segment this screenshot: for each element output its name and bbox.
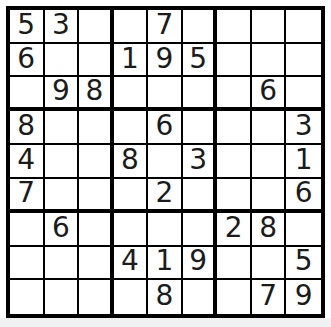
sudoku-cell-r1c6[interactable] xyxy=(183,10,218,44)
bottom-strip xyxy=(0,318,331,327)
sudoku-cell-r5c3[interactable] xyxy=(79,145,114,179)
sudoku-cell-r2c5[interactable]: 9 xyxy=(148,44,183,78)
sudoku-cell-r4c3[interactable] xyxy=(79,111,114,145)
sudoku-cell-r2c8[interactable] xyxy=(252,44,287,78)
sudoku-cell-r1c5[interactable]: 7 xyxy=(148,10,183,44)
sudoku-cell-r1c9[interactable] xyxy=(286,10,321,44)
sudoku-cell-r6c7[interactable] xyxy=(217,179,252,213)
sudoku-cell-r8c8[interactable] xyxy=(252,247,287,281)
sudoku-cell-r6c3[interactable] xyxy=(79,179,114,213)
sudoku-cell-r4c4[interactable] xyxy=(114,111,149,145)
sudoku-cell-r3c1[interactable] xyxy=(10,77,45,111)
sudoku-cell-r4c5[interactable]: 6 xyxy=(148,111,183,145)
sudoku-cell-r1c7[interactable] xyxy=(217,10,252,44)
sudoku-cell-r3c7[interactable] xyxy=(217,77,252,111)
sudoku-cell-r8c7[interactable] xyxy=(217,247,252,281)
sudoku-cell-r9c5[interactable]: 8 xyxy=(148,280,183,314)
sudoku-cell-r7c4[interactable] xyxy=(114,213,149,247)
sudoku-cell-r6c9[interactable]: 6 xyxy=(286,179,321,213)
sudoku-cell-r4c9[interactable]: 3 xyxy=(286,111,321,145)
sudoku-cell-r5c7[interactable] xyxy=(217,145,252,179)
sudoku-cell-r9c4[interactable] xyxy=(114,280,149,314)
sudoku-cell-r8c9[interactable]: 5 xyxy=(286,247,321,281)
sudoku-cell-r4c2[interactable] xyxy=(45,111,80,145)
sudoku-cell-r5c1[interactable]: 4 xyxy=(10,145,45,179)
sudoku-cell-r6c4[interactable] xyxy=(114,179,149,213)
sudoku-cell-r5c8[interactable] xyxy=(252,145,287,179)
sudoku-cell-r8c4[interactable]: 4 xyxy=(114,247,149,281)
sudoku-cell-r6c2[interactable] xyxy=(45,179,80,213)
sudoku-cell-r5c4[interactable]: 8 xyxy=(114,145,149,179)
sudoku-cell-r3c2[interactable]: 9 xyxy=(45,77,80,111)
sudoku-cell-r2c3[interactable] xyxy=(79,44,114,78)
sudoku-cell-r2c7[interactable] xyxy=(217,44,252,78)
sudoku-cell-r8c2[interactable] xyxy=(45,247,80,281)
sudoku-cell-r6c8[interactable] xyxy=(252,179,287,213)
sudoku-cell-r2c6[interactable]: 5 xyxy=(183,44,218,78)
sudoku-cell-r7c5[interactable] xyxy=(148,213,183,247)
sudoku-board: 537619598686348317266284195879 xyxy=(6,6,325,318)
sudoku-cell-r1c8[interactable] xyxy=(252,10,287,44)
sudoku-cell-r5c2[interactable] xyxy=(45,145,80,179)
sudoku-cell-r9c8[interactable]: 7 xyxy=(252,280,287,314)
sudoku-cell-r4c7[interactable] xyxy=(217,111,252,145)
sudoku-cell-r3c3[interactable]: 8 xyxy=(79,77,114,111)
sudoku-cell-r6c5[interactable]: 2 xyxy=(148,179,183,213)
sudoku-cell-r3c5[interactable] xyxy=(148,77,183,111)
sudoku-cell-r4c6[interactable] xyxy=(183,111,218,145)
sudoku-cell-r8c1[interactable] xyxy=(10,247,45,281)
sudoku-cell-r8c5[interactable]: 1 xyxy=(148,247,183,281)
sudoku-cell-r5c9[interactable]: 1 xyxy=(286,145,321,179)
sudoku-cell-r2c4[interactable]: 1 xyxy=(114,44,149,78)
sudoku-cell-r5c5[interactable] xyxy=(148,145,183,179)
sudoku-cell-r5c6[interactable]: 3 xyxy=(183,145,218,179)
sudoku-cell-r3c8[interactable]: 6 xyxy=(252,77,287,111)
sudoku-cell-r9c6[interactable] xyxy=(183,280,218,314)
sudoku-cell-r8c3[interactable] xyxy=(79,247,114,281)
sudoku-cell-r1c4[interactable] xyxy=(114,10,149,44)
sudoku-cell-r3c6[interactable] xyxy=(183,77,218,111)
sudoku-cell-r1c2[interactable]: 3 xyxy=(45,10,80,44)
sudoku-cell-r7c2[interactable]: 6 xyxy=(45,213,80,247)
sudoku-cell-r9c2[interactable] xyxy=(45,280,80,314)
sudoku-cell-r7c8[interactable]: 8 xyxy=(252,213,287,247)
sudoku-cell-r7c3[interactable] xyxy=(79,213,114,247)
sudoku-cell-r4c8[interactable] xyxy=(252,111,287,145)
sudoku-cell-r2c1[interactable]: 6 xyxy=(10,44,45,78)
sudoku-page: 537619598686348317266284195879 xyxy=(0,0,331,327)
sudoku-cell-r7c6[interactable] xyxy=(183,213,218,247)
sudoku-cell-r7c7[interactable]: 2 xyxy=(217,213,252,247)
sudoku-cell-r1c3[interactable] xyxy=(79,10,114,44)
sudoku-cell-r7c9[interactable] xyxy=(286,213,321,247)
sudoku-cell-r9c3[interactable] xyxy=(79,280,114,314)
sudoku-cell-r3c4[interactable] xyxy=(114,77,149,111)
sudoku-cell-r7c1[interactable] xyxy=(10,213,45,247)
sudoku-cell-r2c2[interactable] xyxy=(45,44,80,78)
sudoku-cell-r6c6[interactable] xyxy=(183,179,218,213)
sudoku-cell-r1c1[interactable]: 5 xyxy=(10,10,45,44)
sudoku-cell-r9c7[interactable] xyxy=(217,280,252,314)
sudoku-cell-r8c6[interactable]: 9 xyxy=(183,247,218,281)
sudoku-cell-r3c9[interactable] xyxy=(286,77,321,111)
sudoku-cell-r6c1[interactable]: 7 xyxy=(10,179,45,213)
sudoku-cell-r4c1[interactable]: 8 xyxy=(10,111,45,145)
sudoku-cell-r9c9[interactable]: 9 xyxy=(286,280,321,314)
sudoku-cell-r9c1[interactable] xyxy=(10,280,45,314)
sudoku-cell-r2c9[interactable] xyxy=(286,44,321,78)
